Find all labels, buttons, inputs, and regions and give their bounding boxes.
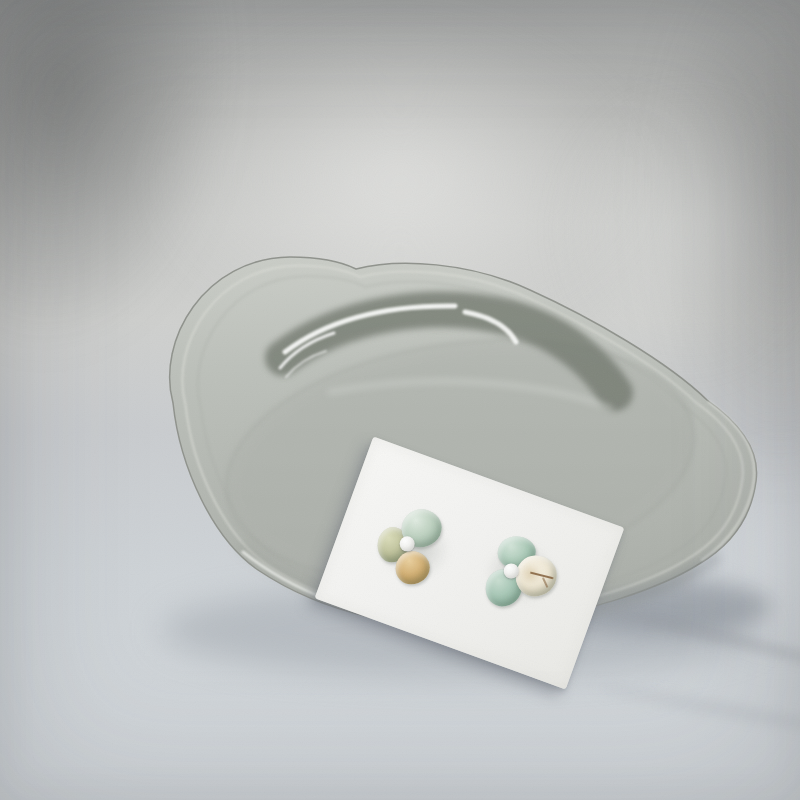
- pearl-right: [504, 563, 519, 578]
- stone-bead-amber: [396, 551, 430, 584]
- earring-right: [474, 527, 564, 617]
- stone-bead-cream: [516, 555, 557, 596]
- cream-bead-brown-vein-2: [542, 577, 548, 588]
- scene: [0, 0, 800, 800]
- ceramic-plate: [0, 0, 800, 800]
- pearl-left: [400, 536, 415, 551]
- earring-left: [370, 503, 460, 593]
